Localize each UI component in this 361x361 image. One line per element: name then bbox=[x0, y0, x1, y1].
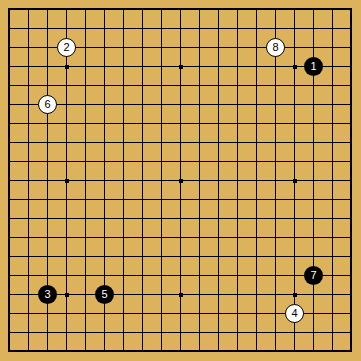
move-number: 4 bbox=[291, 308, 297, 319]
stone-black-move-1[interactable]: 1 bbox=[304, 57, 323, 76]
move-number: 5 bbox=[101, 289, 107, 300]
stone-white-move-8[interactable]: 8 bbox=[266, 38, 285, 57]
move-number: 3 bbox=[44, 289, 50, 300]
move-number: 6 bbox=[44, 99, 50, 110]
board-grid: 12345678 bbox=[0, 0, 361, 361]
stone-black-move-5[interactable]: 5 bbox=[95, 285, 114, 304]
stone-white-move-2[interactable]: 2 bbox=[57, 38, 76, 57]
move-number: 1 bbox=[310, 61, 316, 72]
stone-black-move-7[interactable]: 7 bbox=[304, 266, 323, 285]
stone-white-move-4[interactable]: 4 bbox=[285, 304, 304, 323]
move-number: 7 bbox=[310, 270, 316, 281]
stone-black-move-3[interactable]: 3 bbox=[38, 285, 57, 304]
stone-white-move-6[interactable]: 6 bbox=[38, 95, 57, 114]
go-board[interactable]: 12345678 bbox=[0, 0, 361, 361]
move-number: 8 bbox=[272, 42, 278, 53]
move-number: 2 bbox=[63, 42, 69, 53]
